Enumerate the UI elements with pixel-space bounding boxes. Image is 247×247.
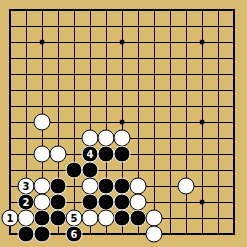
star-point — [200, 200, 205, 205]
black-stone[interactable] — [98, 146, 115, 163]
black-stone[interactable] — [98, 178, 115, 195]
white-stone-move-3[interactable]: 3 — [18, 178, 35, 195]
white-stone[interactable] — [50, 146, 67, 163]
white-stone-move-5[interactable]: 5 — [66, 210, 83, 227]
black-stone[interactable] — [114, 210, 131, 227]
star-point — [40, 40, 45, 45]
black-stone[interactable] — [114, 178, 131, 195]
white-stone[interactable] — [146, 210, 163, 227]
black-stone[interactable] — [82, 194, 99, 211]
black-stone[interactable] — [18, 226, 35, 243]
white-stone[interactable] — [34, 178, 51, 195]
white-stone[interactable] — [34, 114, 51, 131]
black-stone-move-2[interactable]: 2 — [18, 194, 35, 211]
white-stone[interactable] — [82, 130, 99, 147]
star-point — [200, 40, 205, 45]
white-stone[interactable] — [34, 146, 51, 163]
star-point — [200, 120, 205, 125]
white-stone[interactable] — [178, 178, 195, 195]
black-stone-move-4[interactable]: 4 — [82, 146, 99, 163]
white-stone[interactable] — [114, 130, 131, 147]
black-stone[interactable] — [130, 210, 147, 227]
black-stone-move-6[interactable]: 6 — [66, 226, 83, 243]
black-stone[interactable] — [50, 194, 67, 211]
black-stone[interactable] — [34, 210, 51, 227]
black-stone[interactable] — [50, 210, 67, 227]
white-stone[interactable] — [18, 210, 35, 227]
black-stone[interactable] — [82, 162, 99, 179]
white-stone[interactable] — [98, 130, 115, 147]
star-point — [120, 120, 125, 125]
white-stone[interactable] — [34, 194, 51, 211]
go-diagram: 432156 — [0, 0, 247, 247]
white-stone[interactable] — [146, 226, 163, 243]
black-stone[interactable] — [114, 146, 131, 163]
white-stone[interactable] — [82, 178, 99, 195]
black-stone[interactable] — [66, 162, 83, 179]
star-point — [120, 40, 125, 45]
black-stone[interactable] — [50, 178, 67, 195]
black-stone[interactable] — [34, 226, 51, 243]
white-stone-move-1[interactable]: 1 — [2, 210, 19, 227]
white-stone[interactable] — [130, 194, 147, 211]
white-stone[interactable] — [130, 178, 147, 195]
black-stone[interactable] — [98, 194, 115, 211]
white-stone[interactable] — [98, 210, 115, 227]
white-stone[interactable] — [82, 210, 99, 227]
black-stone[interactable] — [114, 194, 131, 211]
